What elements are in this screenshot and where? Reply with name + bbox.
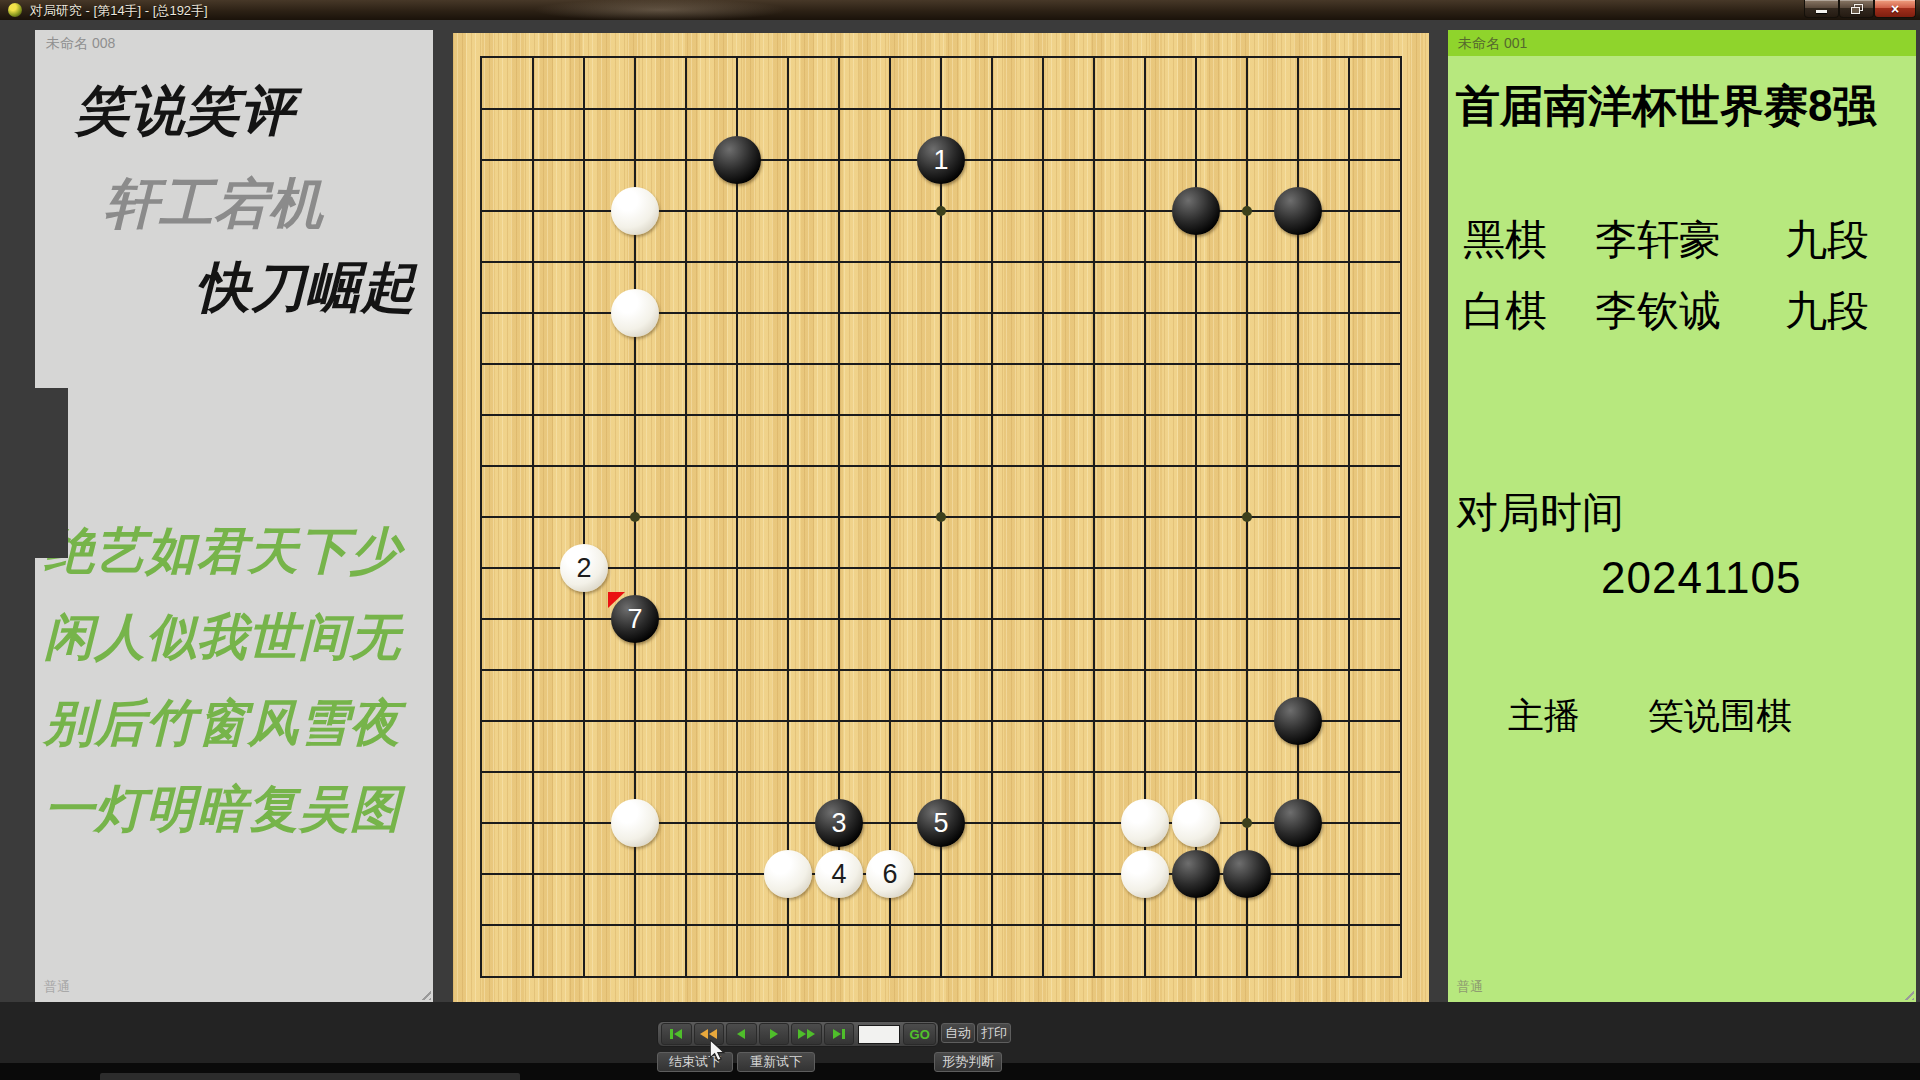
grid-line xyxy=(991,58,993,976)
minimize-icon xyxy=(1816,10,1827,13)
go-board[interactable]: 1234567 xyxy=(453,33,1429,1002)
stone-white-O3[interactable] xyxy=(1121,850,1169,898)
move-navigation-bar: GO xyxy=(657,1021,939,1047)
panel-status-label: 普通 xyxy=(1457,978,1483,996)
stone-white-D16[interactable] xyxy=(611,187,659,235)
stone-black-R16[interactable] xyxy=(1274,187,1322,235)
position-judge-button[interactable]: 形势判断 xyxy=(934,1052,1002,1072)
info-panel-header: 未命名 001 xyxy=(1448,30,1916,56)
grid-line xyxy=(482,720,1400,722)
fast-forward-icon xyxy=(798,1029,806,1039)
stone-black-P16[interactable] xyxy=(1172,187,1220,235)
stone-black-R6[interactable] xyxy=(1274,697,1322,745)
stone-white-D14[interactable] xyxy=(611,289,659,337)
forward-button[interactable] xyxy=(759,1023,790,1045)
stone-black-K17[interactable]: 1 xyxy=(917,136,965,184)
stone-black-D8[interactable]: 7 xyxy=(611,595,659,643)
resize-grip[interactable] xyxy=(1901,987,1914,1000)
game-date: 20241105 xyxy=(1601,553,1802,603)
commentary-headline: 轩工宕机 xyxy=(104,168,324,241)
stone-black-R4[interactable] xyxy=(1274,799,1322,847)
info-panel-header-label: 未命名 001 xyxy=(1458,35,1527,53)
black-label: 黑棋 xyxy=(1463,212,1547,268)
restore-button[interactable] xyxy=(1839,0,1874,18)
fast-forward-button[interactable] xyxy=(791,1023,822,1045)
move-number-label: 5 xyxy=(933,810,948,837)
first-move-button[interactable] xyxy=(661,1023,692,1045)
move-number-input[interactable] xyxy=(858,1025,900,1044)
stone-white-C9[interactable]: 2 xyxy=(560,544,608,592)
event-title: 首届南洋杯世界赛8强 xyxy=(1456,77,1876,136)
star-point xyxy=(1242,818,1252,828)
host-label: 主播 xyxy=(1508,692,1580,741)
panel-edge-notch[interactable] xyxy=(35,388,68,558)
close-icon: × xyxy=(1891,2,1899,16)
commentary-panel: 未命名 008 笑说笑评 轩工宕机 快刀崛起 绝艺如君天下少 闲人似我世间无 别… xyxy=(35,30,433,1002)
poem-line: 绝艺如君天下少 xyxy=(44,518,401,585)
stone-black-P3[interactable] xyxy=(1172,850,1220,898)
commentary-headline: 笑说笑评 xyxy=(75,75,295,148)
star-point xyxy=(1242,206,1252,216)
white-player-row: 白棋 李钦诚 九段 xyxy=(1448,283,1916,333)
mouse-cursor xyxy=(710,1040,728,1062)
auto-play-button[interactable]: 自动 xyxy=(941,1023,975,1043)
move-number-label: 3 xyxy=(831,810,846,837)
title-bar: 对局研究 - [第14手] - [总192手] × xyxy=(0,0,1920,20)
poem-line: 一灯明暗复吴图 xyxy=(44,776,401,843)
forward-icon xyxy=(770,1029,778,1039)
white-player-rank: 九段 xyxy=(1785,283,1869,339)
grid-line xyxy=(1042,58,1044,976)
last-move-icon xyxy=(833,1029,841,1039)
host-name: 笑说围棋 xyxy=(1648,692,1792,741)
back-icon xyxy=(737,1029,745,1039)
close-button[interactable]: × xyxy=(1874,0,1916,18)
game-info-panel: 未命名 001 首届南洋杯世界赛8强 黑棋 李轩豪 九段 白棋 李钦诚 九段 对… xyxy=(1448,30,1916,1002)
move-number-label: 4 xyxy=(831,861,846,888)
poem-line: 别后竹窗风雪夜 xyxy=(44,690,401,757)
resize-grip[interactable] xyxy=(418,987,431,1000)
app-icon xyxy=(8,3,22,17)
stone-white-J3[interactable]: 6 xyxy=(866,850,914,898)
grid-line xyxy=(482,924,1400,926)
poem-line: 闲人似我世间无 xyxy=(44,604,401,671)
move-number-label: 6 xyxy=(882,861,897,888)
grid-line xyxy=(1093,58,1095,976)
back-button[interactable] xyxy=(726,1023,757,1045)
window-controls: × xyxy=(1804,0,1916,18)
restart-trial-button[interactable]: 重新试下 xyxy=(737,1052,815,1072)
panel-status-label: 普通 xyxy=(44,978,70,996)
grid-line xyxy=(482,771,1400,773)
white-label: 白棋 xyxy=(1463,283,1547,339)
print-button[interactable]: 打印 xyxy=(977,1023,1011,1043)
game-time-label: 对局时间 xyxy=(1456,485,1624,541)
move-number-label: 7 xyxy=(627,606,642,633)
black-player-name: 李轩豪 xyxy=(1595,212,1721,268)
stone-black-Q3[interactable] xyxy=(1223,850,1271,898)
white-player-name: 李钦诚 xyxy=(1595,283,1721,339)
rewind-icon xyxy=(700,1029,708,1039)
star-point xyxy=(630,512,640,522)
commentary-headline: 快刀崛起 xyxy=(196,252,416,325)
go-button[interactable]: GO xyxy=(903,1023,935,1045)
stone-white-H3[interactable]: 4 xyxy=(815,850,863,898)
stone-white-G3[interactable] xyxy=(764,850,812,898)
stone-black-H4[interactable]: 3 xyxy=(815,799,863,847)
last-move-button[interactable] xyxy=(824,1023,855,1045)
move-number-label: 1 xyxy=(933,147,948,174)
stone-white-D4[interactable] xyxy=(611,799,659,847)
star-point xyxy=(936,512,946,522)
move-number-label: 2 xyxy=(576,555,591,582)
grid-line xyxy=(482,669,1400,671)
grid-line xyxy=(482,567,1400,569)
black-player-rank: 九段 xyxy=(1785,212,1869,268)
app-window: 对局研究 - [第14手] - [总192手] × 未命名 008 笑说笑评 轩… xyxy=(0,0,1920,1080)
restore-icon xyxy=(1851,4,1863,14)
stone-black-F17[interactable] xyxy=(713,136,761,184)
star-point xyxy=(1242,512,1252,522)
stone-black-K4[interactable]: 5 xyxy=(917,799,965,847)
grid-line xyxy=(1348,58,1350,976)
stone-white-O4[interactable] xyxy=(1121,799,1169,847)
star-point xyxy=(936,206,946,216)
minimize-button[interactable] xyxy=(1804,0,1839,18)
first-move-icon xyxy=(670,1029,673,1039)
black-player-row: 黑棋 李轩豪 九段 xyxy=(1448,212,1916,262)
window-title: 对局研究 - [第14手] - [总192手] xyxy=(30,2,208,20)
commentary-panel-header: 未命名 008 xyxy=(46,35,115,53)
taskbar-sliver xyxy=(100,1073,520,1080)
stone-white-P4[interactable] xyxy=(1172,799,1220,847)
